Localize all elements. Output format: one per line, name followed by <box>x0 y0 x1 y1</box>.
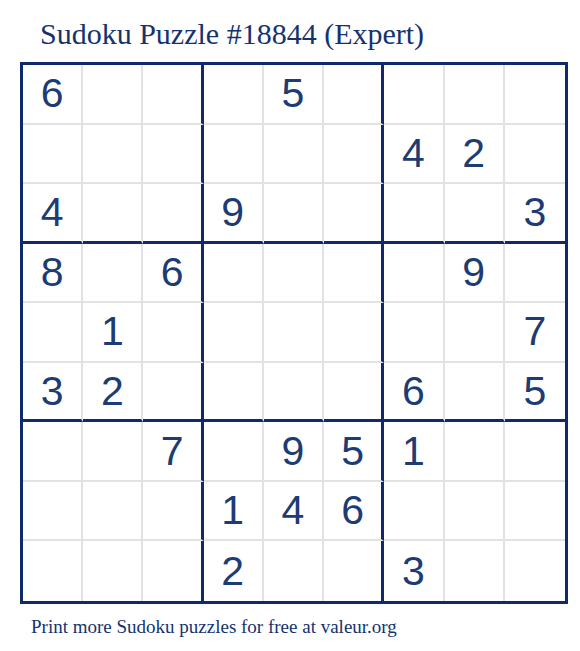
cell-r3c4: 9 <box>204 184 264 244</box>
cell-r8c5: 4 <box>264 482 324 542</box>
cell-r8c6: 6 <box>324 482 384 542</box>
cell-r9c8 <box>445 541 505 601</box>
cell-r4c3: 6 <box>143 244 203 304</box>
cell-r7c4 <box>204 422 264 482</box>
cell-r2c2 <box>83 125 143 185</box>
cell-r4c4 <box>204 244 264 304</box>
cell-r1c9 <box>505 65 565 125</box>
cell-r9c9 <box>505 541 565 601</box>
cell-r5c3 <box>143 303 203 363</box>
sudoku-page: Sudoku Puzzle #18844 (Expert) 6542493869… <box>0 0 580 651</box>
cell-r6c5 <box>264 363 324 423</box>
cell-r9c7: 3 <box>384 541 444 601</box>
cell-r7c3: 7 <box>143 422 203 482</box>
cell-r5c5 <box>264 303 324 363</box>
cell-r1c3 <box>143 65 203 125</box>
cell-r5c1 <box>23 303 83 363</box>
cell-r2c3 <box>143 125 203 185</box>
cell-r9c4: 2 <box>204 541 264 601</box>
cell-r7c1 <box>23 422 83 482</box>
cell-r6c6 <box>324 363 384 423</box>
cell-r2c5 <box>264 125 324 185</box>
cell-r6c1: 3 <box>23 363 83 423</box>
cell-r6c2: 2 <box>83 363 143 423</box>
cell-r1c1: 6 <box>23 65 83 125</box>
cell-r3c2 <box>83 184 143 244</box>
cell-r8c9 <box>505 482 565 542</box>
cell-r4c7 <box>384 244 444 304</box>
cell-r1c7 <box>384 65 444 125</box>
cell-r8c8 <box>445 482 505 542</box>
cell-r1c5: 5 <box>264 65 324 125</box>
cell-r9c1 <box>23 541 83 601</box>
cell-r5c4 <box>204 303 264 363</box>
cell-r8c4: 1 <box>204 482 264 542</box>
cell-r4c9 <box>505 244 565 304</box>
cell-r8c1 <box>23 482 83 542</box>
cell-r3c3 <box>143 184 203 244</box>
cell-r7c2 <box>83 422 143 482</box>
cell-r2c1 <box>23 125 83 185</box>
page-title: Sudoku Puzzle #18844 (Expert) <box>40 15 580 52</box>
sudoku-board: 6542493869173265795114623 <box>20 62 568 604</box>
cell-r1c6 <box>324 65 384 125</box>
cell-r8c7 <box>384 482 444 542</box>
cell-r4c6 <box>324 244 384 304</box>
cell-r7c7: 1 <box>384 422 444 482</box>
cell-r7c6: 5 <box>324 422 384 482</box>
cell-r3c6 <box>324 184 384 244</box>
cell-r3c7 <box>384 184 444 244</box>
cell-r2c8: 2 <box>445 125 505 185</box>
footer-note: Print more Sudoku puzzles for free at va… <box>31 616 580 638</box>
cell-r5c9: 7 <box>505 303 565 363</box>
cell-r3c9: 3 <box>505 184 565 244</box>
cell-r1c8 <box>445 65 505 125</box>
cell-r7c8 <box>445 422 505 482</box>
cell-r7c5: 9 <box>264 422 324 482</box>
cell-r2c9 <box>505 125 565 185</box>
cell-r9c2 <box>83 541 143 601</box>
cell-r3c5 <box>264 184 324 244</box>
cell-r6c4 <box>204 363 264 423</box>
cell-r8c3 <box>143 482 203 542</box>
cell-r5c8 <box>445 303 505 363</box>
cell-r3c8 <box>445 184 505 244</box>
cell-r4c5 <box>264 244 324 304</box>
cell-r6c7: 6 <box>384 363 444 423</box>
cell-r1c4 <box>204 65 264 125</box>
cell-r9c3 <box>143 541 203 601</box>
cell-r5c2: 1 <box>83 303 143 363</box>
cell-r6c8 <box>445 363 505 423</box>
cell-r5c6 <box>324 303 384 363</box>
cell-r4c8: 9 <box>445 244 505 304</box>
cell-r8c2 <box>83 482 143 542</box>
cell-r9c5 <box>264 541 324 601</box>
cell-r9c6 <box>324 541 384 601</box>
cell-r7c9 <box>505 422 565 482</box>
cell-r2c7: 4 <box>384 125 444 185</box>
cell-r4c1: 8 <box>23 244 83 304</box>
cell-r1c2 <box>83 65 143 125</box>
cell-r6c9: 5 <box>505 363 565 423</box>
cell-r2c6 <box>324 125 384 185</box>
cell-r5c7 <box>384 303 444 363</box>
cell-r2c4 <box>204 125 264 185</box>
cell-r3c1: 4 <box>23 184 83 244</box>
cell-r4c2 <box>83 244 143 304</box>
cell-r6c3 <box>143 363 203 423</box>
